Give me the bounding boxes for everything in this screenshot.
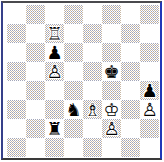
square-c3[interactable]: [45, 100, 64, 119]
white-pawn-f2[interactable]: ♙: [103, 119, 119, 138]
square-g7[interactable]: [121, 24, 140, 43]
square-h7[interactable]: [140, 24, 159, 43]
square-g5[interactable]: [121, 62, 140, 81]
black-knight-d3[interactable]: ♞: [65, 100, 81, 119]
square-a1[interactable]: [7, 138, 26, 157]
white-rook-c7[interactable]: ♖: [46, 24, 62, 43]
square-d3[interactable]: ♞: [64, 100, 83, 119]
chess-diagram: ♖♟♙♚♟♞♗♔♙♜♙: [0, 0, 164, 162]
square-a7[interactable]: [7, 24, 26, 43]
square-h8[interactable]: [140, 5, 159, 24]
white-bishop-e3[interactable]: ♗: [84, 100, 100, 119]
square-f4[interactable]: [102, 81, 121, 100]
square-h5[interactable]: [140, 62, 159, 81]
black-pawn-h4[interactable]: ♟: [141, 81, 157, 100]
square-b7[interactable]: [26, 24, 45, 43]
square-d2[interactable]: [64, 119, 83, 138]
square-f3[interactable]: ♔: [102, 100, 121, 119]
square-c6[interactable]: ♟: [45, 43, 64, 62]
square-b2[interactable]: [26, 119, 45, 138]
square-g2[interactable]: [121, 119, 140, 138]
square-e2[interactable]: [83, 119, 102, 138]
black-rook-c2[interactable]: ♜: [46, 119, 62, 138]
square-h4[interactable]: ♟: [140, 81, 159, 100]
white-pawn-h3[interactable]: ♙: [141, 100, 157, 119]
square-e4[interactable]: [83, 81, 102, 100]
square-h3[interactable]: ♙: [140, 100, 159, 119]
square-a4[interactable]: [7, 81, 26, 100]
square-f7[interactable]: [102, 24, 121, 43]
square-f1[interactable]: [102, 138, 121, 157]
square-e1[interactable]: [83, 138, 102, 157]
square-a6[interactable]: [7, 43, 26, 62]
black-king-f5[interactable]: ♚: [103, 62, 119, 81]
square-a5[interactable]: [7, 62, 26, 81]
square-d4[interactable]: [64, 81, 83, 100]
square-g1[interactable]: [121, 138, 140, 157]
square-d8[interactable]: [64, 5, 83, 24]
square-g3[interactable]: [121, 100, 140, 119]
square-d6[interactable]: [64, 43, 83, 62]
chess-board[interactable]: ♖♟♙♚♟♞♗♔♙♜♙: [7, 5, 159, 157]
square-e8[interactable]: [83, 5, 102, 24]
square-d5[interactable]: [64, 62, 83, 81]
square-c2[interactable]: ♜: [45, 119, 64, 138]
square-f6[interactable]: [102, 43, 121, 62]
square-c5[interactable]: ♙: [45, 62, 64, 81]
square-c1[interactable]: [45, 138, 64, 157]
square-b5[interactable]: [26, 62, 45, 81]
white-king-f3[interactable]: ♔: [103, 100, 119, 119]
square-b4[interactable]: [26, 81, 45, 100]
square-f8[interactable]: [102, 5, 121, 24]
square-d7[interactable]: [64, 24, 83, 43]
square-h1[interactable]: [140, 138, 159, 157]
square-c7[interactable]: ♖: [45, 24, 64, 43]
square-f5[interactable]: ♚: [102, 62, 121, 81]
square-e7[interactable]: [83, 24, 102, 43]
square-e3[interactable]: ♗: [83, 100, 102, 119]
white-pawn-c5[interactable]: ♙: [46, 62, 62, 81]
square-g6[interactable]: [121, 43, 140, 62]
square-b1[interactable]: [26, 138, 45, 157]
square-h6[interactable]: [140, 43, 159, 62]
square-g4[interactable]: [121, 81, 140, 100]
square-c8[interactable]: [45, 5, 64, 24]
square-b6[interactable]: [26, 43, 45, 62]
black-pawn-c6[interactable]: ♟: [46, 43, 62, 62]
square-b3[interactable]: [26, 100, 45, 119]
square-a2[interactable]: [7, 119, 26, 138]
square-a3[interactable]: [7, 100, 26, 119]
square-c4[interactable]: [45, 81, 64, 100]
square-a8[interactable]: [7, 5, 26, 24]
square-e6[interactable]: [83, 43, 102, 62]
square-d1[interactable]: [64, 138, 83, 157]
square-e5[interactable]: [83, 62, 102, 81]
square-h2[interactable]: [140, 119, 159, 138]
square-g8[interactable]: [121, 5, 140, 24]
square-b8[interactable]: [26, 5, 45, 24]
square-f2[interactable]: ♙: [102, 119, 121, 138]
